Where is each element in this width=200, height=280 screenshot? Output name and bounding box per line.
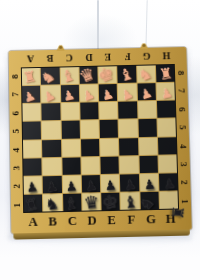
square-c4[interactable] bbox=[61, 139, 80, 157]
square-a3[interactable] bbox=[23, 158, 42, 176]
black-knight-b1[interactable]: ♞ bbox=[40, 193, 63, 215]
black-bishop-c1[interactable]: ♝ bbox=[61, 193, 83, 215]
file-label-bottom-e: E bbox=[102, 211, 122, 230]
file-label-bottom-f: F bbox=[121, 210, 141, 229]
black-rook-h1[interactable]: ♜ bbox=[167, 202, 188, 224]
file-label-top-a: A bbox=[21, 52, 41, 65]
square-d3[interactable] bbox=[81, 157, 100, 175]
file-labels-top: ABCDEFGH bbox=[21, 49, 176, 65]
edge-marking bbox=[48, 233, 74, 238]
square-b5[interactable] bbox=[42, 121, 61, 138]
black-pawn-c2[interactable]: ♟ bbox=[61, 175, 82, 195]
square-f4[interactable] bbox=[119, 138, 138, 156]
square-g5[interactable] bbox=[138, 119, 157, 136]
square-g6[interactable] bbox=[138, 101, 157, 118]
square-c6[interactable] bbox=[61, 103, 80, 120]
square-b4[interactable] bbox=[42, 139, 61, 157]
black-king-e1[interactable]: ♚ bbox=[99, 191, 122, 214]
file-label-top-g: G bbox=[137, 50, 157, 63]
square-e5[interactable] bbox=[100, 120, 119, 137]
square-a4[interactable] bbox=[23, 140, 42, 158]
square-h6[interactable] bbox=[157, 101, 176, 118]
photo-background: ABCDEFGH ABCDEFGH 87654321 87654321 ♜♞♝♛… bbox=[0, 0, 200, 280]
square-e4[interactable] bbox=[100, 138, 119, 156]
square-b3[interactable] bbox=[43, 157, 62, 175]
hinge-tab-left bbox=[54, 45, 67, 51]
file-label-top-f: F bbox=[117, 50, 137, 63]
square-a5[interactable] bbox=[23, 122, 42, 139]
black-pawn-a2[interactable]: ♟ bbox=[21, 175, 43, 196]
file-label-top-h: H bbox=[156, 49, 176, 62]
square-h5[interactable] bbox=[157, 119, 176, 136]
file-label-top-d: D bbox=[79, 51, 99, 64]
square-f3[interactable] bbox=[120, 156, 139, 174]
square-g4[interactable] bbox=[138, 137, 157, 155]
edge-marking bbox=[140, 231, 170, 236]
black-pawn-g2[interactable]: ♟ bbox=[139, 173, 161, 193]
black-pawn-h2[interactable]: ♟ bbox=[158, 172, 180, 193]
square-c3[interactable] bbox=[62, 157, 81, 175]
hanging-string bbox=[97, 0, 99, 51]
square-d5[interactable] bbox=[80, 120, 99, 137]
square-a6[interactable] bbox=[22, 104, 40, 121]
square-h4[interactable] bbox=[158, 137, 177, 155]
square-g3[interactable] bbox=[139, 155, 158, 173]
square-e6[interactable] bbox=[99, 102, 118, 119]
square-c5[interactable] bbox=[61, 121, 80, 138]
file-label-bottom-c: C bbox=[62, 212, 82, 231]
file-label-top-b: B bbox=[40, 52, 60, 65]
chess-board: ABCDEFGH ABCDEFGH 87654321 87654321 ♜♞♝♛… bbox=[9, 47, 192, 234]
file-label-top-c: C bbox=[59, 51, 79, 64]
square-e3[interactable] bbox=[100, 156, 119, 174]
square-h3[interactable] bbox=[158, 155, 177, 173]
file-label-bottom-d: D bbox=[82, 211, 102, 230]
hinge-tab-right bbox=[137, 43, 150, 49]
square-d4[interactable] bbox=[81, 139, 100, 157]
square-f5[interactable] bbox=[119, 120, 138, 137]
file-label-bottom-b: B bbox=[43, 212, 63, 231]
